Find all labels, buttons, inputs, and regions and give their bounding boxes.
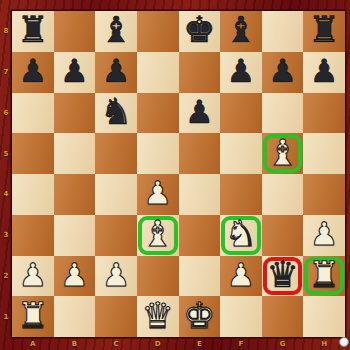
square-a6[interactable] [12, 93, 54, 134]
square-g2[interactable]: ♛ [262, 256, 304, 297]
square-b4[interactable] [54, 174, 96, 215]
square-g3[interactable] [262, 215, 304, 256]
square-a5[interactable] [12, 133, 54, 174]
square-e1[interactable]: ♚ [179, 296, 221, 337]
piece-white-king[interactable]: ♚ [183, 298, 215, 334]
square-h3[interactable]: ♟ [303, 215, 345, 256]
piece-black-pawn[interactable]: ♟ [310, 55, 339, 87]
square-b5[interactable] [54, 133, 96, 174]
piece-white-pawn[interactable]: ♟ [102, 259, 131, 291]
piece-black-rook[interactable]: ♜ [17, 12, 49, 48]
chess-diagram: ♜♝♚♝♜♟♟♟♟♟♟♞♟♝♟♝♞♟♟♟♟♟♛♜♜♛♚ 87654321 ABC… [0, 0, 350, 350]
square-h4[interactable] [303, 174, 345, 215]
piece-white-bishop[interactable]: ♝ [266, 135, 298, 171]
square-g8[interactable] [262, 11, 304, 52]
rank-label-5: 5 [0, 133, 12, 174]
square-g1[interactable] [262, 296, 304, 337]
rank-label-6: 6 [0, 93, 12, 134]
file-label-e: E [179, 337, 221, 350]
square-g5[interactable]: ♝ [262, 133, 304, 174]
square-h1[interactable] [303, 296, 345, 337]
square-e4[interactable] [179, 174, 221, 215]
piece-white-pawn[interactable]: ♟ [143, 177, 172, 209]
square-d5[interactable] [137, 133, 179, 174]
piece-white-rook[interactable]: ♜ [308, 257, 340, 293]
piece-white-pawn[interactable]: ♟ [60, 259, 89, 291]
square-b7[interactable]: ♟ [54, 52, 96, 93]
piece-black-pawn[interactable]: ♟ [18, 55, 47, 87]
square-h7[interactable]: ♟ [303, 52, 345, 93]
square-a4[interactable] [12, 174, 54, 215]
square-d3[interactable]: ♝ [137, 215, 179, 256]
square-a7[interactable]: ♟ [12, 52, 54, 93]
rank-label-3: 3 [0, 215, 12, 256]
piece-white-pawn[interactable]: ♟ [227, 259, 256, 291]
square-f2[interactable]: ♟ [220, 256, 262, 297]
square-c7[interactable]: ♟ [95, 52, 137, 93]
square-c1[interactable] [95, 296, 137, 337]
file-label-a: A [12, 337, 54, 350]
piece-black-pawn[interactable]: ♟ [60, 55, 89, 87]
square-a2[interactable]: ♟ [12, 256, 54, 297]
piece-white-rook[interactable]: ♜ [17, 298, 49, 334]
square-f3[interactable]: ♞ [220, 215, 262, 256]
square-h6[interactable] [303, 93, 345, 134]
file-label-b: B [54, 337, 96, 350]
rank-label-7: 7 [0, 52, 12, 93]
square-f1[interactable] [220, 296, 262, 337]
square-f5[interactable] [220, 133, 262, 174]
square-e6[interactable]: ♟ [179, 93, 221, 134]
piece-white-bishop[interactable]: ♝ [142, 216, 174, 252]
square-d6[interactable] [137, 93, 179, 134]
square-h2[interactable]: ♜ [303, 256, 345, 297]
rank-label-2: 2 [0, 256, 12, 297]
square-e5[interactable] [179, 133, 221, 174]
rank-label-4: 4 [0, 174, 12, 215]
piece-white-queen[interactable]: ♛ [142, 298, 174, 334]
square-g7[interactable]: ♟ [262, 52, 304, 93]
square-c8[interactable]: ♝ [95, 11, 137, 52]
square-a8[interactable]: ♜ [12, 11, 54, 52]
square-c4[interactable] [95, 174, 137, 215]
square-b6[interactable] [54, 93, 96, 134]
square-e3[interactable] [179, 215, 221, 256]
square-e8[interactable]: ♚ [179, 11, 221, 52]
square-d2[interactable] [137, 256, 179, 297]
square-h5[interactable] [303, 133, 345, 174]
square-e2[interactable] [179, 256, 221, 297]
square-g6[interactable] [262, 93, 304, 134]
file-label-f: F [220, 337, 262, 350]
piece-white-pawn[interactable]: ♟ [310, 218, 339, 250]
square-f6[interactable] [220, 93, 262, 134]
square-e7[interactable] [179, 52, 221, 93]
square-f7[interactable]: ♟ [220, 52, 262, 93]
white-to-move-indicator [339, 337, 349, 347]
piece-black-king[interactable]: ♚ [183, 12, 215, 48]
square-c5[interactable] [95, 133, 137, 174]
piece-black-pawn[interactable]: ♟ [102, 55, 131, 87]
square-d4[interactable]: ♟ [137, 174, 179, 215]
square-b3[interactable] [54, 215, 96, 256]
file-labels: ABCDEFGH [12, 337, 345, 350]
square-a3[interactable] [12, 215, 54, 256]
square-c3[interactable] [95, 215, 137, 256]
piece-black-knight[interactable]: ♞ [100, 94, 132, 130]
square-b1[interactable] [54, 296, 96, 337]
piece-black-bishop[interactable]: ♝ [225, 12, 257, 48]
board-grid: ♜♝♚♝♜♟♟♟♟♟♟♞♟♝♟♝♞♟♟♟♟♟♛♜♜♛♚ [12, 11, 345, 337]
square-d8[interactable] [137, 11, 179, 52]
square-f8[interactable]: ♝ [220, 11, 262, 52]
rank-label-8: 8 [0, 11, 12, 52]
square-b8[interactable] [54, 11, 96, 52]
square-c6[interactable]: ♞ [95, 93, 137, 134]
piece-white-knight[interactable]: ♞ [225, 216, 257, 252]
piece-black-rook[interactable]: ♜ [308, 12, 340, 48]
square-c2[interactable]: ♟ [95, 256, 137, 297]
square-d7[interactable] [137, 52, 179, 93]
square-b2[interactable]: ♟ [54, 256, 96, 297]
piece-white-pawn[interactable]: ♟ [18, 259, 47, 291]
file-label-d: D [137, 337, 179, 350]
square-h8[interactable]: ♜ [303, 11, 345, 52]
square-d1[interactable]: ♛ [137, 296, 179, 337]
file-label-c: C [95, 337, 137, 350]
square-a1[interactable]: ♜ [12, 296, 54, 337]
file-label-g: G [262, 337, 304, 350]
square-g4[interactable] [262, 174, 304, 215]
rank-labels: 87654321 [0, 11, 12, 337]
square-f4[interactable] [220, 174, 262, 215]
rank-label-1: 1 [0, 296, 12, 337]
piece-black-pawn[interactable]: ♟ [268, 55, 297, 87]
piece-black-bishop[interactable]: ♝ [100, 12, 132, 48]
piece-black-pawn[interactable]: ♟ [185, 96, 214, 128]
piece-black-queen[interactable]: ♛ [266, 257, 298, 293]
piece-black-pawn[interactable]: ♟ [227, 55, 256, 87]
